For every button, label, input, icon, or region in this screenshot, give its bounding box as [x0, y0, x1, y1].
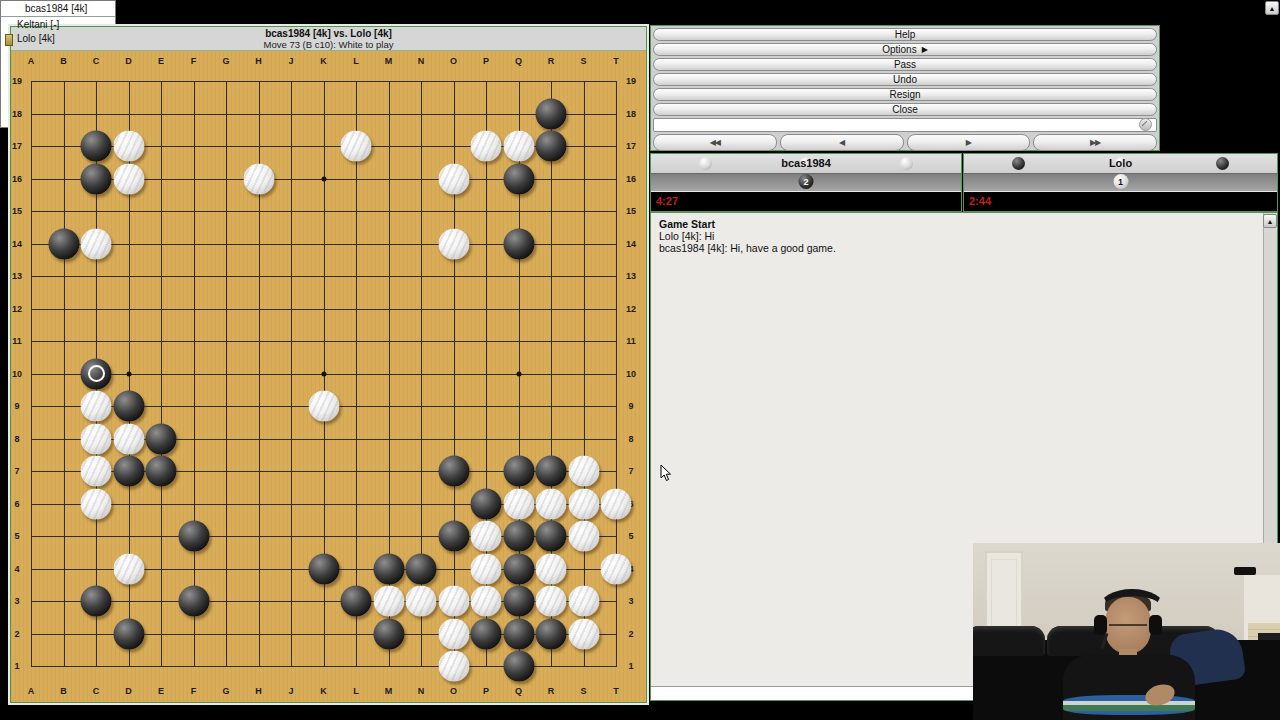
white-stone	[536, 586, 567, 617]
column-label: Q	[515, 686, 522, 696]
white-stone	[438, 163, 469, 194]
black-stone	[438, 456, 469, 487]
black-stone	[308, 553, 339, 584]
chat-log: Game StartLolo [4k]: Hibcas1984 [4k]: Hi…	[651, 213, 1263, 254]
black-stone	[503, 553, 534, 584]
column-label: L	[353, 686, 359, 696]
white-stone	[601, 488, 632, 519]
black-stone	[438, 521, 469, 552]
black-stone	[113, 391, 144, 422]
column-label: J	[288, 56, 293, 66]
white-player-panel: bcas1984 2 4:27	[650, 153, 962, 212]
submenu-arrow-icon: ▶	[922, 46, 928, 54]
camera-object	[1234, 567, 1256, 575]
white-clock: 4:27	[651, 192, 961, 211]
row-label: 8	[628, 434, 633, 444]
white-stone	[243, 163, 274, 194]
row-label: 3	[628, 596, 633, 606]
row-label: 9	[14, 401, 19, 411]
black-stone	[471, 618, 502, 649]
column-label: N	[418, 686, 425, 696]
black-player-name: Lolo	[964, 157, 1277, 169]
white-stone	[438, 228, 469, 259]
row-label: 11	[12, 336, 22, 346]
hoshi-point	[321, 371, 326, 376]
sound-toggle-icon[interactable]	[1139, 118, 1152, 131]
column-label: B	[60, 686, 67, 696]
black-stone	[178, 521, 209, 552]
nav-forward-button[interactable]: ▶	[907, 134, 1031, 151]
black-capture-bar: 1	[964, 173, 1277, 192]
chat-message: bcas1984 [4k]: Hi, have a good game.	[659, 242, 1263, 254]
row-label: 12	[626, 304, 636, 314]
black-stone	[81, 586, 112, 617]
black-stone	[146, 456, 177, 487]
white-stone	[503, 131, 534, 162]
column-label: O	[450, 56, 457, 66]
black-stone	[536, 521, 567, 552]
black-stone	[373, 553, 404, 584]
grid-line	[584, 81, 585, 667]
black-stone	[341, 586, 372, 617]
row-label: 19	[626, 76, 636, 86]
white-stone	[471, 586, 502, 617]
undo-button[interactable]: Undo	[653, 73, 1157, 86]
black-stone	[146, 423, 177, 454]
black-stone	[81, 131, 112, 162]
white-player-header: bcas1984	[651, 154, 961, 173]
white-stone	[471, 131, 502, 162]
column-label: K	[320, 56, 327, 66]
white-stone	[113, 131, 144, 162]
hoshi-point	[516, 371, 521, 376]
white-stone	[568, 488, 599, 519]
row-label: 6	[14, 499, 19, 509]
row-label: 19	[12, 76, 22, 86]
torso	[1063, 655, 1195, 720]
user-name: Lolo [4k]	[17, 33, 55, 44]
row-label: 9	[628, 401, 633, 411]
pass-button[interactable]: Pass	[653, 58, 1157, 71]
row-label: 14	[12, 239, 22, 249]
row-label: 16	[626, 174, 636, 184]
row-label: 15	[626, 206, 636, 216]
nav-first-button[interactable]: ◀◀	[653, 134, 777, 151]
row-label: 2	[628, 629, 633, 639]
black-stone	[113, 618, 144, 649]
white-stone	[438, 586, 469, 617]
black-stone	[178, 586, 209, 617]
white-stone	[113, 423, 144, 454]
app-background: bcas1984 [4k] vs. Lolo [4k] Move 73 (B c…	[0, 0, 1280, 720]
black-captures-count: 1	[1113, 174, 1128, 189]
column-label: R	[548, 686, 555, 696]
hoshi-point	[321, 176, 326, 181]
white-stone	[308, 391, 339, 422]
resign-button[interactable]: Resign	[653, 88, 1157, 101]
column-label: D	[125, 686, 132, 696]
row-label: 17	[12, 141, 22, 151]
white-stone	[113, 553, 144, 584]
command-input[interactable]	[653, 118, 1157, 132]
row-label: 1	[628, 661, 633, 671]
white-stone	[503, 488, 534, 519]
webcam-overlay	[973, 543, 1280, 720]
hoshi-point	[126, 371, 131, 376]
black-stone	[471, 488, 502, 519]
column-label: J	[288, 686, 293, 696]
chat-message: Lolo [4k]: Hi	[659, 230, 1263, 242]
white-stone	[81, 456, 112, 487]
button-label: Pass	[894, 59, 916, 70]
chat-message: Game Start	[659, 218, 1263, 230]
row-label: 10	[626, 369, 636, 379]
row-label: 11	[626, 336, 636, 346]
button-label: Undo	[893, 74, 917, 85]
white-stone	[438, 618, 469, 649]
row-label: 5	[628, 531, 633, 541]
row-label: 12	[12, 304, 22, 314]
in-game-icon	[5, 34, 13, 46]
white-stone	[81, 228, 112, 259]
black-stone	[536, 618, 567, 649]
white-stone	[568, 521, 599, 552]
black-stone	[81, 358, 112, 389]
black-player-panel: Lolo 1 2:44	[963, 153, 1278, 212]
column-label: D	[125, 56, 132, 66]
column-label: S	[580, 686, 586, 696]
column-label: N	[418, 56, 425, 66]
black-player-header: Lolo	[964, 154, 1277, 173]
black-stone	[503, 651, 534, 682]
row-label: 13	[626, 271, 636, 281]
white-player-name: bcas1984	[651, 157, 961, 169]
column-label: C	[93, 56, 100, 66]
column-label: F	[191, 686, 197, 696]
help-button[interactable]: Help	[653, 28, 1157, 41]
column-label: C	[93, 686, 100, 696]
close-button[interactable]: Close	[653, 103, 1157, 116]
button-label: Help	[895, 29, 916, 40]
black-stone	[536, 131, 567, 162]
white-stone	[568, 456, 599, 487]
white-stone	[471, 553, 502, 584]
row-label: 16	[12, 174, 22, 184]
column-label: M	[385, 56, 393, 66]
white-stone	[341, 131, 372, 162]
white-stone	[568, 586, 599, 617]
white-stone	[373, 586, 404, 617]
row-label: 13	[12, 271, 22, 281]
column-label: G	[222, 686, 229, 696]
black-stone	[113, 456, 144, 487]
person	[1061, 589, 1211, 720]
column-label: H	[255, 56, 262, 66]
glasses	[1109, 617, 1147, 626]
column-label: M	[385, 686, 393, 696]
column-label: S	[580, 56, 586, 66]
white-stone	[406, 586, 437, 617]
column-label: K	[320, 686, 327, 696]
column-label: T	[613, 686, 619, 696]
game-menu-panel: HelpOptions▶PassUndoResignClose◀◀◀▶▶▶	[650, 25, 1160, 151]
column-label: A	[28, 686, 35, 696]
row-label: 1	[14, 661, 19, 671]
white-stone	[81, 488, 112, 519]
white-captures-count: 2	[799, 174, 814, 189]
column-label: P	[483, 56, 489, 66]
black-stone	[503, 521, 534, 552]
black-stone	[536, 98, 567, 129]
button-label: Resign	[889, 89, 920, 100]
column-label: E	[158, 56, 164, 66]
row-label: 18	[626, 109, 636, 119]
user-list-item[interactable]: bcas1984 [4k]	[1, 1, 115, 17]
row-label: 8	[14, 434, 19, 444]
white-stone	[536, 488, 567, 519]
row-label: 15	[12, 206, 22, 216]
user-list-item[interactable]: Lolo [4k]	[1, 33, 115, 45]
last-move-marker	[88, 365, 105, 382]
column-label: H	[255, 686, 262, 696]
white-stone	[113, 163, 144, 194]
column-label: L	[353, 56, 359, 66]
row-label: 3	[14, 596, 19, 606]
column-label: B	[60, 56, 67, 66]
column-label: F	[191, 56, 197, 66]
black-stone	[503, 618, 534, 649]
column-label: Q	[515, 56, 522, 66]
white-stone	[438, 651, 469, 682]
row-label: 2	[14, 629, 19, 639]
row-label: 14	[626, 239, 636, 249]
row-label: 18	[12, 109, 22, 119]
black-stone	[406, 553, 437, 584]
scroll-up-icon[interactable]: ▲	[1263, 214, 1277, 228]
white-stone	[601, 553, 632, 584]
button-label: Close	[892, 104, 918, 115]
user-name: Keltani [-]	[17, 19, 59, 30]
black-stone	[81, 163, 112, 194]
white-capture-bar: 2	[651, 173, 961, 192]
game-board-window: bcas1984 [4k] vs. Lolo [4k] Move 73 (B c…	[8, 24, 649, 705]
user-list-item[interactable]: Keltani [-]	[1, 19, 115, 31]
button-label: Options	[882, 44, 916, 55]
nav-last-button[interactable]: ▶▶	[1033, 134, 1157, 151]
white-stone	[81, 423, 112, 454]
column-label: E	[158, 686, 164, 696]
black-stone	[503, 586, 534, 617]
options-button[interactable]: Options▶	[653, 43, 1157, 56]
column-label: T	[613, 56, 619, 66]
black-stone	[48, 228, 79, 259]
black-clock: 2:44	[964, 192, 1277, 211]
scroll-up-icon[interactable]: ▲	[1265, 1, 1279, 15]
white-stone	[536, 553, 567, 584]
black-stone	[503, 163, 534, 194]
black-stone	[503, 456, 534, 487]
mouse-cursor	[660, 464, 673, 487]
column-label: R	[548, 56, 555, 66]
white-stone	[568, 618, 599, 649]
row-label: 10	[12, 369, 22, 379]
black-stone	[536, 456, 567, 487]
white-stone	[81, 391, 112, 422]
goban[interactable]: AA1919BB1818CC1717DD1616EE1515FF1414GG13…	[11, 51, 646, 702]
column-label: P	[483, 686, 489, 696]
row-label: 7	[14, 466, 19, 476]
row-label: 17	[626, 141, 636, 151]
white-stone	[471, 521, 502, 552]
row-label: 4	[14, 564, 19, 574]
row-label: 5	[14, 531, 19, 541]
column-label: A	[28, 56, 35, 66]
black-stone	[373, 618, 404, 649]
column-label: O	[450, 686, 457, 696]
column-label: G	[222, 56, 229, 66]
nav-back-button[interactable]: ◀	[780, 134, 904, 151]
row-label: 7	[628, 466, 633, 476]
black-stone	[503, 228, 534, 259]
grid-line	[356, 81, 357, 667]
